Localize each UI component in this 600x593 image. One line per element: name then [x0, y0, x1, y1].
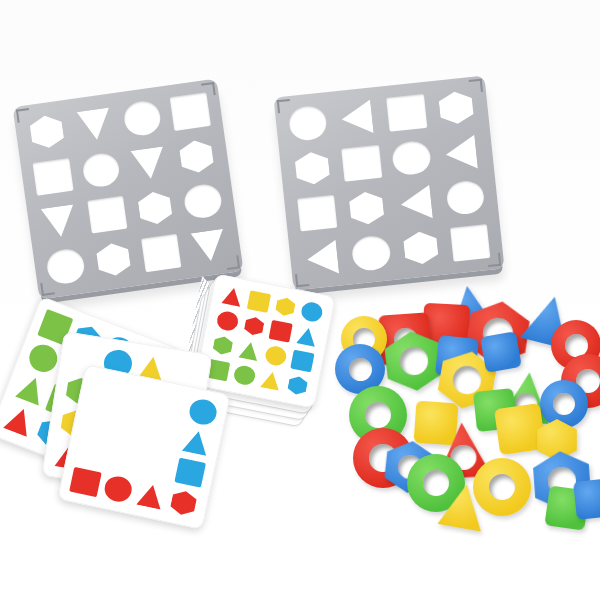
pattern-card-front [57, 364, 230, 530]
card-shape-yellow-triangle [259, 369, 283, 392]
board-cell [348, 232, 395, 275]
cutout-square [386, 94, 427, 131]
card-cell [13, 372, 49, 408]
cutout-square [87, 196, 128, 234]
card-cell [187, 397, 219, 427]
board-cell [398, 227, 445, 270]
card-cell [148, 420, 180, 450]
card-cell [232, 364, 256, 387]
card-cell [216, 310, 240, 333]
cutout-triangle [338, 98, 375, 139]
cutout-circle [287, 105, 328, 142]
card-shape-blue-triangle [180, 427, 212, 457]
board-cell [132, 186, 178, 230]
board-corner-mark [16, 108, 31, 123]
board-cell [78, 148, 124, 192]
board-cell [180, 180, 226, 224]
board-corner-mark [295, 273, 309, 287]
card-cell [285, 374, 309, 397]
card-cell [259, 369, 283, 392]
board-cell [36, 200, 82, 244]
card-cell [211, 334, 235, 357]
card-shape-green-circle [232, 364, 256, 387]
board-corner-mark [277, 99, 291, 113]
card-cell [180, 427, 212, 457]
card-cell [247, 290, 271, 313]
cutout-circle [122, 99, 163, 137]
card-shape-red-square [69, 467, 101, 497]
board-cell [442, 176, 489, 219]
board-cell [294, 192, 341, 235]
board-cell [84, 193, 130, 237]
cutout-hexagon [292, 150, 333, 187]
cutout-triangle [39, 202, 80, 240]
card-cell [264, 345, 288, 368]
card-cell [300, 301, 324, 324]
cutout-circle [182, 182, 223, 220]
cutout-triangle [303, 238, 340, 279]
piece-yellow-triangle [435, 478, 491, 534]
cutout-triangle [74, 106, 115, 144]
card-cell [115, 413, 147, 443]
piece-hole [349, 358, 372, 381]
board-cell [90, 238, 136, 282]
card-shape-blue-circle [187, 397, 219, 427]
card-cell [69, 467, 101, 497]
cutout-hexagon [400, 229, 441, 266]
cutout-triangle [442, 132, 479, 173]
card-cell [25, 340, 61, 376]
cutout-triangle [128, 144, 169, 182]
cutout-square [450, 224, 491, 261]
card-cell [167, 488, 199, 518]
cutout-square [33, 157, 74, 195]
card-cell [141, 451, 173, 481]
pattern-card-deck [194, 273, 336, 408]
card-shape-red-circle [102, 474, 134, 504]
cutout-square [297, 195, 338, 232]
card-shape-red-triangle [1, 403, 37, 439]
card-cell [154, 390, 186, 420]
board-cell [72, 103, 118, 147]
cutout-hexagon [176, 137, 217, 175]
cutout-hexagon [27, 113, 68, 151]
piece-hole [489, 474, 516, 501]
board-corner-mark [469, 79, 483, 93]
shape-piece-pile [335, 282, 600, 528]
board-cell [383, 92, 430, 135]
board-cell [334, 97, 381, 140]
board-cell [173, 135, 219, 179]
card-cell [242, 315, 266, 338]
card-cell [1, 403, 37, 439]
board-cell [126, 141, 172, 185]
board-cell [119, 97, 165, 141]
cutout-circle [391, 139, 432, 176]
card-shape-blue-triangle [295, 325, 319, 348]
cutout-triangle [397, 182, 434, 223]
board-cell [339, 142, 386, 185]
board-corner-mark [40, 281, 55, 296]
board-corner-mark [201, 82, 216, 97]
board-cell [388, 137, 435, 180]
board-corner-mark [225, 255, 240, 270]
card-cell [290, 350, 314, 373]
deck-top-card [194, 273, 336, 408]
piece-blue-cube [573, 478, 600, 520]
board-cell [289, 147, 336, 190]
card-shape-green-triangle [237, 339, 261, 362]
cutout-triangle [189, 227, 230, 265]
card-shape-green-circle [25, 340, 61, 376]
board-cell [30, 155, 76, 199]
board-cell [343, 187, 390, 230]
piece-hole [553, 393, 575, 415]
cutout-circle [81, 151, 122, 189]
cutout-hexagon [346, 189, 387, 226]
product-photo-shape-game [0, 0, 600, 593]
piece-hole [398, 345, 429, 376]
cutout-circle [45, 247, 86, 285]
cutout-hexagon [93, 240, 134, 278]
card-shape-red-square [269, 320, 293, 343]
shape-board-right [273, 75, 504, 290]
card-cell [269, 320, 293, 343]
piece-body [480, 331, 522, 373]
card-shape-blue-hexagon [285, 374, 309, 397]
card-shape-yellow-circle [264, 345, 288, 368]
card-cell [237, 339, 261, 362]
shape-board-left [13, 79, 244, 300]
board-cell [393, 182, 440, 225]
card-cell [135, 481, 167, 511]
cutout-circle [351, 234, 392, 271]
cutout-square [170, 93, 211, 131]
card-cell [82, 406, 114, 436]
cutout-circle [445, 179, 486, 216]
card-cell [273, 295, 297, 318]
card-shape-red-hexagon [167, 488, 199, 518]
card-shape-yellow-hexagon [273, 295, 297, 318]
cutout-hexagon [135, 189, 176, 227]
card-cell [88, 376, 120, 406]
piece-blue-cube [480, 331, 522, 373]
cutout-square [341, 144, 382, 181]
card-shape-red-triangle [135, 481, 167, 511]
board-cell [167, 90, 213, 134]
cutout-hexagon [436, 89, 477, 126]
card-shape-blue-square [290, 350, 314, 373]
card-cell [220, 285, 244, 308]
board-corner-mark [487, 253, 501, 267]
board-cell [438, 131, 485, 174]
board-cell [24, 110, 70, 154]
card-cell [174, 458, 206, 488]
card-shape-blue-circle [300, 301, 324, 324]
card-cell [76, 437, 108, 467]
card-shape-green-triangle [13, 372, 49, 408]
piece-body [435, 478, 491, 534]
card-shape-green-hexagon [211, 334, 235, 357]
card-shape-blue-square [174, 458, 206, 488]
piece-body [573, 478, 600, 520]
board-cell [433, 86, 480, 129]
card-cell [102, 474, 134, 504]
card-shape-red-circle [216, 310, 240, 333]
board-cell [284, 102, 331, 145]
card-cell [295, 325, 319, 348]
card-shape-yellow-square [247, 290, 271, 313]
card-cell [108, 444, 140, 474]
cutout-square [141, 234, 182, 272]
piece-hole [365, 402, 392, 429]
card-shape-red-triangle [220, 285, 244, 308]
card-shape-red-hexagon [242, 315, 266, 338]
card-cell [121, 383, 153, 413]
board-cell [138, 231, 184, 275]
